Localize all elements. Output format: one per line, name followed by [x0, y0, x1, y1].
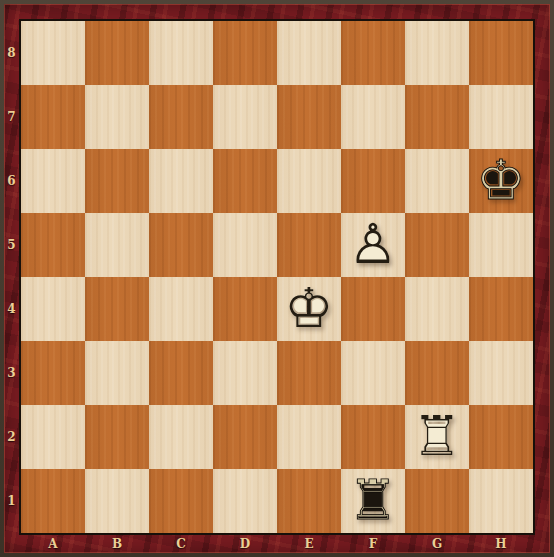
- square-d6[interactable]: [213, 149, 277, 213]
- piece-black-king-h6[interactable]: ♚♔: [469, 149, 533, 213]
- square-c8[interactable]: [149, 21, 213, 85]
- square-g8[interactable]: [405, 21, 469, 85]
- rank-label-1: 1: [4, 469, 19, 533]
- square-e6[interactable]: [277, 149, 341, 213]
- chess-board: ♚♔♟♙♚♔♜♖♜♖: [21, 21, 533, 533]
- white-rook-icon: ♜: [405, 405, 469, 469]
- black-rook-outline-icon: ♖: [341, 469, 405, 533]
- file-label-b: B: [85, 535, 149, 553]
- square-c3[interactable]: [149, 341, 213, 405]
- rank-label-4: 4: [4, 277, 19, 341]
- piece-white-pawn-f5[interactable]: ♟♙: [341, 213, 405, 277]
- file-label-a: A: [21, 535, 85, 553]
- square-b5[interactable]: [85, 213, 149, 277]
- square-h1[interactable]: [469, 469, 533, 533]
- square-c7[interactable]: [149, 85, 213, 149]
- square-e8[interactable]: [277, 21, 341, 85]
- square-a4[interactable]: [21, 277, 85, 341]
- square-f3[interactable]: [341, 341, 405, 405]
- square-f8[interactable]: [341, 21, 405, 85]
- square-f7[interactable]: [341, 85, 405, 149]
- black-king-outline-icon: ♔: [469, 149, 533, 213]
- white-king-icon: ♚: [277, 277, 341, 341]
- square-c2[interactable]: [149, 405, 213, 469]
- file-label-f: F: [341, 535, 405, 553]
- square-d7[interactable]: [213, 85, 277, 149]
- square-h8[interactable]: [469, 21, 533, 85]
- square-a6[interactable]: [21, 149, 85, 213]
- square-e4[interactable]: ♚♔: [277, 277, 341, 341]
- square-a1[interactable]: [21, 469, 85, 533]
- square-h7[interactable]: [469, 85, 533, 149]
- square-a2[interactable]: [21, 405, 85, 469]
- chessboard-window: ♚♔♟♙♚♔♜♖♜♖ 87654321ABCDEFGH: [0, 0, 554, 557]
- square-g3[interactable]: [405, 341, 469, 405]
- square-e5[interactable]: [277, 213, 341, 277]
- file-label-h: H: [469, 535, 533, 553]
- black-king-icon: ♚: [469, 149, 533, 213]
- square-c5[interactable]: [149, 213, 213, 277]
- square-d8[interactable]: [213, 21, 277, 85]
- square-e3[interactable]: [277, 341, 341, 405]
- square-e1[interactable]: [277, 469, 341, 533]
- square-c1[interactable]: [149, 469, 213, 533]
- rank-label-2: 2: [4, 405, 19, 469]
- square-a7[interactable]: [21, 85, 85, 149]
- square-g2[interactable]: ♜♖: [405, 405, 469, 469]
- square-d4[interactable]: [213, 277, 277, 341]
- square-b2[interactable]: [85, 405, 149, 469]
- square-d3[interactable]: [213, 341, 277, 405]
- square-b6[interactable]: [85, 149, 149, 213]
- square-b7[interactable]: [85, 85, 149, 149]
- square-e7[interactable]: [277, 85, 341, 149]
- square-f6[interactable]: [341, 149, 405, 213]
- black-rook-icon: ♜: [341, 469, 405, 533]
- file-label-c: C: [149, 535, 213, 553]
- square-d1[interactable]: [213, 469, 277, 533]
- square-h4[interactable]: [469, 277, 533, 341]
- square-c4[interactable]: [149, 277, 213, 341]
- square-f4[interactable]: [341, 277, 405, 341]
- rank-label-3: 3: [4, 341, 19, 405]
- square-b3[interactable]: [85, 341, 149, 405]
- square-g6[interactable]: [405, 149, 469, 213]
- square-f1[interactable]: ♜♖: [341, 469, 405, 533]
- piece-black-rook-f1[interactable]: ♜♖: [341, 469, 405, 533]
- rank-label-5: 5: [4, 213, 19, 277]
- file-label-g: G: [405, 535, 469, 553]
- square-g5[interactable]: [405, 213, 469, 277]
- file-label-e: E: [277, 535, 341, 553]
- white-pawn-outline-icon: ♙: [341, 213, 405, 277]
- square-b4[interactable]: [85, 277, 149, 341]
- square-b1[interactable]: [85, 469, 149, 533]
- square-g7[interactable]: [405, 85, 469, 149]
- rank-label-7: 7: [4, 85, 19, 149]
- square-d5[interactable]: [213, 213, 277, 277]
- white-pawn-icon: ♟: [341, 213, 405, 277]
- white-rook-outline-icon: ♖: [405, 405, 469, 469]
- square-h3[interactable]: [469, 341, 533, 405]
- square-c6[interactable]: [149, 149, 213, 213]
- file-label-d: D: [213, 535, 277, 553]
- square-d2[interactable]: [213, 405, 277, 469]
- piece-white-king-e4[interactable]: ♚♔: [277, 277, 341, 341]
- square-a3[interactable]: [21, 341, 85, 405]
- square-h6[interactable]: ♚♔: [469, 149, 533, 213]
- square-b8[interactable]: [85, 21, 149, 85]
- square-g4[interactable]: [405, 277, 469, 341]
- square-f2[interactable]: [341, 405, 405, 469]
- square-h5[interactable]: [469, 213, 533, 277]
- piece-white-rook-g2[interactable]: ♜♖: [405, 405, 469, 469]
- rank-label-6: 6: [4, 149, 19, 213]
- square-a8[interactable]: [21, 21, 85, 85]
- rank-label-8: 8: [4, 21, 19, 85]
- square-f5[interactable]: ♟♙: [341, 213, 405, 277]
- square-g1[interactable]: [405, 469, 469, 533]
- white-king-outline-icon: ♔: [277, 277, 341, 341]
- square-a5[interactable]: [21, 213, 85, 277]
- square-h2[interactable]: [469, 405, 533, 469]
- square-e2[interactable]: [277, 405, 341, 469]
